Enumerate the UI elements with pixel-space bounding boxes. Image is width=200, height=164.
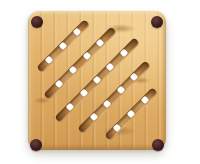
bamboo-trivet xyxy=(28,11,166,150)
trivet-foot xyxy=(31,16,43,28)
trivet-slot xyxy=(77,60,150,133)
trivet-foot xyxy=(30,139,42,151)
photo-background xyxy=(0,0,200,164)
trivet-foot xyxy=(152,139,164,151)
trivet-foot xyxy=(151,16,163,28)
trivet-slot xyxy=(43,26,116,99)
